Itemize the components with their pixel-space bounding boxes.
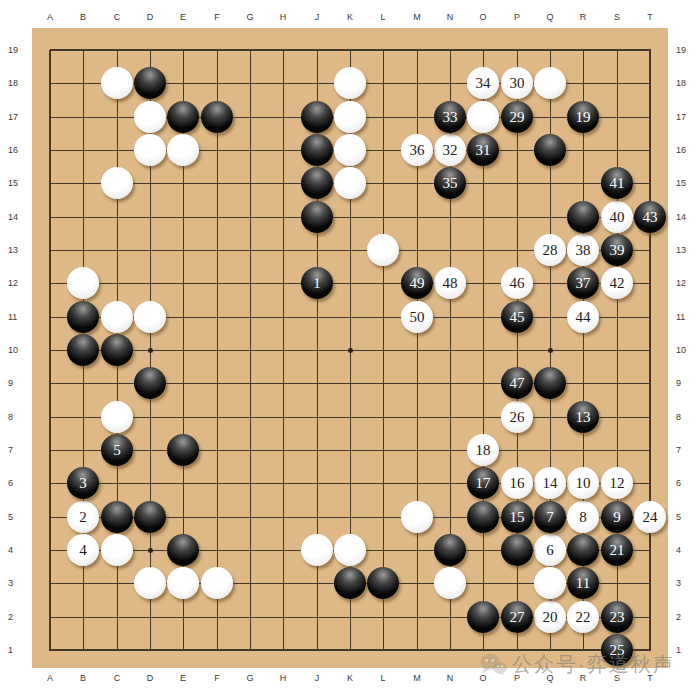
move-number: 14	[543, 475, 558, 492]
stone-white	[101, 301, 133, 333]
row-label-right: 9	[676, 378, 681, 389]
stone-white-move-20: 20	[534, 601, 566, 633]
row-label-right: 8	[676, 412, 681, 423]
stone-black-move-3: 3	[67, 467, 99, 499]
star-point	[548, 348, 553, 353]
move-number: 7	[546, 509, 554, 526]
stone-white-move-30: 30	[501, 67, 533, 99]
move-number: 37	[576, 275, 591, 292]
row-label-right: 15	[676, 178, 686, 189]
move-number: 11	[576, 575, 590, 592]
stone-black	[301, 167, 333, 199]
stone-black-move-43: 43	[634, 201, 666, 233]
move-number: 26	[510, 409, 525, 426]
column-label-bottom: N	[440, 673, 460, 684]
move-number: 2	[79, 509, 87, 526]
move-number: 43	[643, 209, 658, 226]
row-label-left: 3	[8, 578, 13, 589]
column-label-bottom: S	[607, 673, 627, 684]
stone-white	[534, 567, 566, 599]
column-label-bottom: L	[373, 673, 393, 684]
stone-white	[167, 134, 199, 166]
stone-white-move-38: 38	[567, 234, 599, 266]
stone-black-move-23: 23	[601, 601, 633, 633]
row-label-left: 2	[8, 612, 13, 623]
stone-black-move-49: 49	[401, 267, 433, 299]
column-label-top: E	[173, 12, 193, 23]
stone-white-move-18: 18	[467, 434, 499, 466]
row-label-right: 14	[676, 212, 686, 223]
move-number: 21	[610, 542, 625, 559]
move-number: 6	[546, 542, 554, 559]
move-number: 5	[113, 442, 121, 459]
stone-white-move-24: 24	[634, 501, 666, 533]
move-number: 18	[476, 442, 491, 459]
column-label-top: L	[373, 12, 393, 23]
row-label-right: 1	[676, 645, 681, 656]
move-number: 36	[410, 142, 425, 159]
stone-white-move-6: 6	[534, 534, 566, 566]
stone-black-move-7: 7	[534, 501, 566, 533]
stone-black-move-5: 5	[101, 434, 133, 466]
move-number: 30	[510, 75, 525, 92]
row-label-right: 17	[676, 112, 686, 123]
move-number: 8	[579, 509, 587, 526]
move-number: 27	[510, 609, 525, 626]
stone-white-move-28: 28	[534, 234, 566, 266]
stone-white-move-22: 22	[567, 601, 599, 633]
move-number: 1	[313, 275, 321, 292]
move-number: 22	[576, 609, 591, 626]
move-number: 39	[610, 242, 625, 259]
column-label-top: F	[207, 12, 227, 23]
stone-black	[301, 201, 333, 233]
column-label-bottom: H	[273, 673, 293, 684]
move-number: 38	[576, 242, 591, 259]
stone-black	[367, 567, 399, 599]
move-number: 50	[410, 309, 425, 326]
move-number: 35	[443, 175, 458, 192]
stone-black	[67, 334, 99, 366]
stone-black	[67, 301, 99, 333]
stone-white-move-48: 48	[434, 267, 466, 299]
column-label-bottom: F	[207, 673, 227, 684]
stone-black	[167, 434, 199, 466]
row-label-right: 3	[676, 578, 681, 589]
stone-black	[334, 567, 366, 599]
column-label-top: O	[473, 12, 493, 23]
stone-white	[101, 67, 133, 99]
column-label-top: Q	[540, 12, 560, 23]
move-number: 15	[510, 509, 525, 526]
stone-black-move-27: 27	[501, 601, 533, 633]
stone-black-move-35: 35	[434, 167, 466, 199]
stone-black-move-19: 19	[567, 101, 599, 133]
stone-black	[167, 534, 199, 566]
column-label-top: R	[573, 12, 593, 23]
stone-white	[401, 501, 433, 533]
stone-white-move-44: 44	[567, 301, 599, 333]
move-number: 44	[576, 309, 591, 326]
row-label-right: 13	[676, 245, 686, 256]
stone-black-move-1: 1	[301, 267, 333, 299]
stone-white	[134, 134, 166, 166]
column-label-bottom: T	[640, 673, 660, 684]
row-label-left: 8	[8, 412, 13, 423]
stone-black	[567, 534, 599, 566]
stone-white	[467, 101, 499, 133]
move-number: 3	[79, 475, 87, 492]
stone-black	[467, 501, 499, 533]
stone-white	[334, 67, 366, 99]
move-number: 32	[443, 142, 458, 159]
stone-black	[134, 367, 166, 399]
row-label-left: 11	[8, 312, 17, 323]
move-number: 9	[613, 509, 621, 526]
stone-white-move-10: 10	[567, 467, 599, 499]
move-number: 31	[476, 142, 491, 159]
move-number: 25	[610, 642, 625, 659]
column-label-top: A	[40, 12, 60, 23]
row-label-left: 9	[8, 378, 13, 389]
stone-white	[334, 534, 366, 566]
move-number: 47	[510, 375, 525, 392]
column-label-bottom: K	[340, 673, 360, 684]
stone-white-move-46: 46	[501, 267, 533, 299]
stone-black-move-39: 39	[601, 234, 633, 266]
column-label-top: D	[140, 12, 160, 23]
stone-black-move-25: 25	[601, 634, 633, 666]
row-label-left: 12	[8, 278, 18, 289]
star-point	[148, 348, 153, 353]
grid-line-horizontal	[50, 450, 651, 451]
stone-black	[467, 601, 499, 633]
stone-black	[501, 534, 533, 566]
stone-black-move-17: 17	[467, 467, 499, 499]
row-label-left: 19	[8, 45, 18, 56]
column-label-top: B	[73, 12, 93, 23]
row-label-right: 10	[676, 345, 686, 356]
stone-black	[101, 334, 133, 366]
move-number: 24	[643, 509, 658, 526]
column-label-bottom: J	[307, 673, 327, 684]
stone-black	[201, 101, 233, 133]
row-label-left: 10	[8, 345, 18, 356]
stone-white	[134, 301, 166, 333]
column-label-bottom: R	[573, 673, 593, 684]
column-label-top: G	[240, 12, 260, 23]
column-label-top: T	[640, 12, 660, 23]
row-label-right: 18	[676, 78, 686, 89]
move-number: 41	[610, 175, 625, 192]
row-label-right: 6	[676, 478, 681, 489]
move-number: 4	[79, 542, 87, 559]
stone-black	[101, 501, 133, 533]
stone-black	[434, 534, 466, 566]
row-label-left: 7	[8, 445, 13, 456]
column-label-top: M	[407, 12, 427, 23]
stone-black-move-21: 21	[601, 534, 633, 566]
stone-white	[101, 167, 133, 199]
stone-black-move-41: 41	[601, 167, 633, 199]
row-label-right: 19	[676, 45, 686, 56]
stone-white-move-36: 36	[401, 134, 433, 166]
grid-line-horizontal	[50, 649, 651, 651]
move-number: 13	[576, 409, 591, 426]
row-label-left: 15	[8, 178, 18, 189]
stone-white-move-2: 2	[67, 501, 99, 533]
stone-black	[301, 134, 333, 166]
row-label-right: 5	[676, 512, 681, 523]
stone-black-move-33: 33	[434, 101, 466, 133]
stone-white	[334, 167, 366, 199]
row-label-right: 7	[676, 445, 681, 456]
stone-white	[101, 401, 133, 433]
stone-white	[434, 567, 466, 599]
stone-white-move-40: 40	[601, 201, 633, 233]
stone-black-move-15: 15	[501, 501, 533, 533]
stone-black	[134, 501, 166, 533]
column-label-top: C	[107, 12, 127, 23]
stone-black-move-31: 31	[467, 134, 499, 166]
grid-line-vertical	[383, 50, 384, 651]
stone-white-move-42: 42	[601, 267, 633, 299]
stone-white	[334, 134, 366, 166]
move-number: 46	[510, 275, 525, 292]
move-number: 34	[476, 75, 491, 92]
row-label-left: 16	[8, 145, 18, 156]
column-label-bottom: Q	[540, 673, 560, 684]
column-label-bottom: G	[240, 673, 260, 684]
column-label-bottom: C	[107, 673, 127, 684]
move-number: 40	[610, 209, 625, 226]
move-number: 20	[543, 609, 558, 626]
stone-white-move-14: 14	[534, 467, 566, 499]
stone-white-move-50: 50	[401, 301, 433, 333]
move-number: 19	[576, 109, 591, 126]
stone-white-move-34: 34	[467, 67, 499, 99]
grid-line-vertical	[649, 50, 651, 651]
stone-white	[101, 534, 133, 566]
stone-black-move-45: 45	[501, 301, 533, 333]
stone-white-move-16: 16	[501, 467, 533, 499]
row-label-left: 5	[8, 512, 13, 523]
column-label-bottom: P	[507, 673, 527, 684]
star-point	[148, 548, 153, 553]
move-number: 49	[410, 275, 425, 292]
stone-white	[201, 567, 233, 599]
move-number: 12	[610, 475, 625, 492]
move-number: 28	[543, 242, 558, 259]
row-label-left: 4	[8, 545, 13, 556]
stone-black	[534, 367, 566, 399]
grid-line-horizontal	[50, 417, 651, 418]
stone-black-move-37: 37	[567, 267, 599, 299]
row-label-left: 1	[8, 645, 13, 656]
board-grid: AABBCCDDEEFFGGHHJJKKLLMMNNOOPPQQRRSSTT19…	[0, 0, 700, 700]
move-number: 48	[443, 275, 458, 292]
column-label-top: J	[307, 12, 327, 23]
stone-white	[134, 101, 166, 133]
move-number: 33	[443, 109, 458, 126]
stone-black-move-47: 47	[501, 367, 533, 399]
stone-black	[301, 101, 333, 133]
row-label-left: 14	[8, 212, 18, 223]
stone-white	[367, 234, 399, 266]
column-label-bottom: M	[407, 673, 427, 684]
column-label-bottom: B	[73, 673, 93, 684]
row-label-left: 17	[8, 112, 18, 123]
stone-white	[134, 567, 166, 599]
stone-white-move-12: 12	[601, 467, 633, 499]
move-number: 42	[610, 275, 625, 292]
column-label-bottom: A	[40, 673, 60, 684]
row-label-right: 2	[676, 612, 681, 623]
row-label-right: 12	[676, 278, 686, 289]
stone-white-move-8: 8	[567, 501, 599, 533]
row-label-left: 18	[8, 78, 18, 89]
row-label-right: 11	[676, 312, 685, 323]
row-label-right: 4	[676, 545, 681, 556]
column-label-top: S	[607, 12, 627, 23]
stone-black	[534, 134, 566, 166]
column-label-top: H	[273, 12, 293, 23]
stone-black-move-13: 13	[567, 401, 599, 433]
stone-black-move-9: 9	[601, 501, 633, 533]
stone-white-move-4: 4	[67, 534, 99, 566]
stone-black	[567, 201, 599, 233]
column-label-bottom: E	[173, 673, 193, 684]
stone-white	[167, 567, 199, 599]
stone-white	[334, 101, 366, 133]
row-label-left: 13	[8, 245, 18, 256]
stone-white	[534, 67, 566, 99]
move-number: 29	[510, 109, 525, 126]
move-number: 23	[610, 609, 625, 626]
column-label-top: K	[340, 12, 360, 23]
stone-white-move-26: 26	[501, 401, 533, 433]
stone-black	[167, 101, 199, 133]
move-number: 16	[510, 475, 525, 492]
stone-black	[134, 67, 166, 99]
stone-white	[67, 267, 99, 299]
column-label-top: P	[507, 12, 527, 23]
stone-black-move-11: 11	[567, 567, 599, 599]
stone-white	[301, 534, 333, 566]
stone-black-move-29: 29	[501, 101, 533, 133]
column-label-top: N	[440, 12, 460, 23]
column-label-bottom: D	[140, 673, 160, 684]
move-number: 45	[510, 309, 525, 326]
stone-white-move-32: 32	[434, 134, 466, 166]
move-number: 10	[576, 475, 591, 492]
row-label-right: 16	[676, 145, 686, 156]
column-label-bottom: O	[473, 673, 493, 684]
move-number: 17	[476, 475, 491, 492]
go-diagram-page: { "game": "go", "board": { "size": 19, "…	[0, 0, 700, 700]
row-label-left: 6	[8, 478, 13, 489]
star-point	[348, 348, 353, 353]
